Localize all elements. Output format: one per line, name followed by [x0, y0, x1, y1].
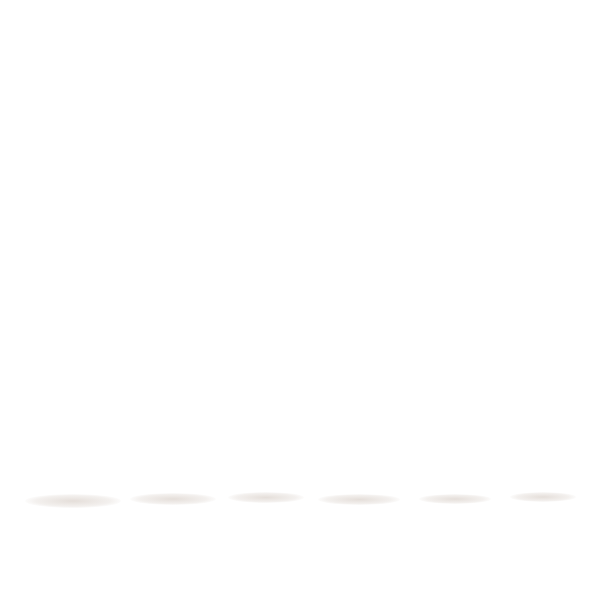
knight-ground-shadow [318, 494, 400, 505]
pawn-ground-shadow [510, 492, 576, 502]
king-ground-shadow [25, 494, 121, 508]
chess-pieces-photo: ♚ ♛ ♝ ♞ ♜ ♟ [0, 0, 600, 600]
bishop-ground-shadow [228, 492, 304, 503]
rook-ground-shadow [419, 494, 491, 504]
queen-ground-shadow [130, 493, 216, 505]
